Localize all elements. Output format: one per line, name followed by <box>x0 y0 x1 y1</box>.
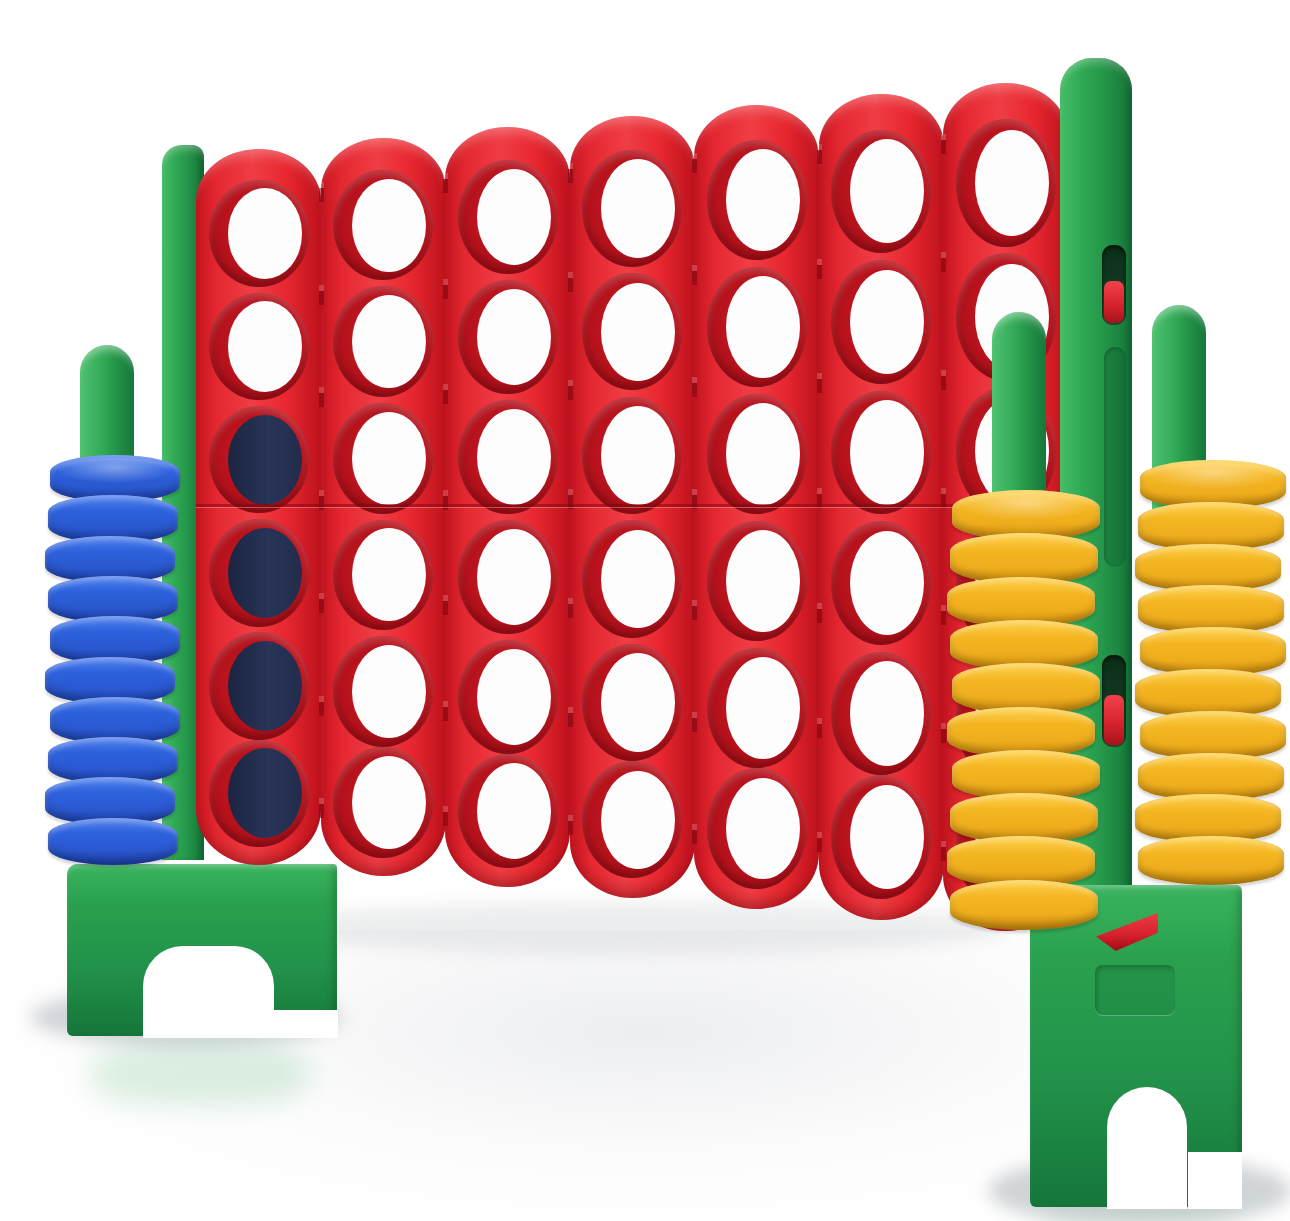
board-cell <box>707 768 807 889</box>
board-cell <box>209 293 309 400</box>
column-rib <box>817 144 822 871</box>
hole-through-empty <box>228 188 302 278</box>
hole-through-empty <box>352 528 426 621</box>
board-cell <box>458 280 558 394</box>
board-cell <box>209 519 309 626</box>
release-slider-red <box>1104 281 1124 323</box>
board-column <box>196 149 321 865</box>
hole-through-empty <box>850 531 924 635</box>
board-cell <box>333 286 433 397</box>
board-cell <box>582 397 682 514</box>
board-cell <box>582 273 682 390</box>
board-cell <box>707 521 807 642</box>
hole-through-empty <box>850 270 924 374</box>
hole-through-empty <box>726 657 800 758</box>
hole-through-empty <box>477 409 551 505</box>
hole-through-empty <box>850 661 924 765</box>
board-cell <box>582 644 682 761</box>
board-cell <box>333 747 433 858</box>
hole-through-empty <box>850 400 924 504</box>
board-cell <box>458 640 558 754</box>
board-column <box>570 116 695 898</box>
hole-through-rear-blue-stack <box>228 528 302 618</box>
board-cell <box>707 394 807 515</box>
hole-through-empty <box>726 149 800 250</box>
board-cell <box>707 267 807 388</box>
board-mid-seam <box>196 504 1068 507</box>
board-cell <box>333 403 433 514</box>
blue-disc-stack <box>48 455 178 865</box>
hole-through-empty <box>601 159 675 258</box>
post-groove <box>1104 347 1126 567</box>
foot-cut <box>1188 1152 1242 1209</box>
game-disc-yellow <box>1138 836 1284 885</box>
board-cell <box>582 520 682 637</box>
disc-release-slot-lower <box>1102 655 1126 747</box>
hole-through-empty <box>352 179 426 272</box>
hole-through-empty <box>726 530 800 631</box>
board-cell <box>707 140 807 261</box>
board-cell <box>458 754 558 868</box>
board-cell <box>209 632 309 739</box>
hole-through-empty <box>228 301 302 391</box>
hole-through-empty <box>352 295 426 388</box>
board-cell <box>831 130 931 254</box>
hole-through-empty <box>601 653 675 752</box>
board-cell <box>956 119 1056 246</box>
game-disc-yellow <box>950 880 1098 930</box>
foot-arch-cutout <box>143 946 274 1038</box>
hole-through-empty <box>601 530 675 629</box>
board-column <box>321 138 446 876</box>
hole-through-empty <box>726 276 800 377</box>
hole-through-empty <box>601 406 675 505</box>
board-cell <box>209 740 309 847</box>
column-rib <box>443 173 448 842</box>
hole-through-rear-blue-stack <box>228 748 302 838</box>
board-cell <box>831 391 931 515</box>
hole-through-empty <box>477 763 551 859</box>
hole-through-empty <box>477 169 551 265</box>
board-cell <box>333 636 433 747</box>
hole-through-empty <box>352 412 426 505</box>
board-cell <box>333 520 433 631</box>
hole-through-empty <box>477 649 551 745</box>
foot-cut <box>272 1010 338 1038</box>
board-cell <box>458 400 558 514</box>
board-cell <box>458 160 558 274</box>
foot-reflection <box>90 1042 310 1106</box>
board-column <box>694 105 819 909</box>
column-rib <box>941 134 946 880</box>
column-rib <box>319 182 324 831</box>
game-disc-blue <box>48 818 178 865</box>
board-cell <box>582 761 682 878</box>
board-cell <box>831 775 931 899</box>
foot-arch-cutout <box>1107 1087 1187 1209</box>
hole-through-rear-blue-stack <box>228 415 302 505</box>
board-cell <box>831 260 931 384</box>
yellow-disc-stack-front <box>950 490 1098 930</box>
hole-through-empty <box>726 778 800 879</box>
board-cell <box>209 180 309 287</box>
column-rib <box>692 153 697 861</box>
yellow-disc-stack-rear <box>1138 460 1284 885</box>
hole-through-empty <box>601 283 675 382</box>
board-cell <box>209 406 309 513</box>
board-cell <box>582 150 682 267</box>
hole-through-empty <box>352 645 426 738</box>
base-foot-left <box>67 864 337 1036</box>
column-rib <box>568 163 573 851</box>
board-column <box>445 127 570 887</box>
hole-through-empty <box>601 771 675 870</box>
board-cell <box>707 648 807 769</box>
hole-through-empty <box>352 756 426 849</box>
hole-through-empty <box>726 403 800 504</box>
molded-logo-recess <box>1095 965 1175 1015</box>
hole-through-empty <box>975 130 1049 237</box>
hole-through-empty <box>477 289 551 385</box>
product-photo <box>0 0 1290 1221</box>
hole-through-rear-blue-stack <box>228 641 302 731</box>
hole-through-empty <box>850 139 924 243</box>
release-slider-red <box>1104 695 1124 745</box>
board-cell <box>333 170 433 281</box>
board-cell <box>831 521 931 645</box>
hole-through-empty <box>477 529 551 625</box>
board-cell <box>831 652 931 776</box>
board-cell <box>458 520 558 634</box>
hole-through-empty <box>850 785 924 889</box>
board-column <box>819 94 944 920</box>
disc-release-slot-upper <box>1102 245 1126 325</box>
